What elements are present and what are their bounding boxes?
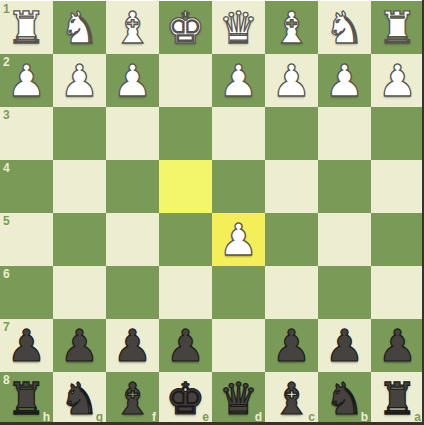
piece-white-pawn-f2[interactable]: ♟: [106, 54, 159, 107]
piece-black-pawn-b7[interactable]: ♟: [318, 319, 371, 372]
square-h1[interactable]: 1♜: [0, 1, 53, 54]
square-c5[interactable]: [265, 213, 318, 266]
piece-white-pawn-h2[interactable]: ♟: [0, 54, 53, 107]
piece-black-bishop-c8[interactable]: ♝: [265, 372, 318, 425]
rank-label-3: 3: [3, 109, 10, 121]
piece-black-pawn-f7[interactable]: ♟: [106, 319, 159, 372]
square-d5[interactable]: ♟: [212, 213, 265, 266]
piece-black-pawn-h7[interactable]: ♟: [0, 319, 53, 372]
piece-black-pawn-c7[interactable]: ♟: [265, 319, 318, 372]
square-g6[interactable]: [53, 266, 106, 319]
square-f6[interactable]: [106, 266, 159, 319]
square-c4[interactable]: [265, 160, 318, 213]
piece-white-king-e1[interactable]: ♚: [159, 1, 212, 54]
piece-white-pawn-d2[interactable]: ♟: [212, 54, 265, 107]
square-a3[interactable]: [371, 107, 424, 160]
piece-white-pawn-c2[interactable]: ♟: [265, 54, 318, 107]
square-d6[interactable]: [212, 266, 265, 319]
square-g5[interactable]: [53, 213, 106, 266]
square-b5[interactable]: [318, 213, 371, 266]
square-a8[interactable]: a♜: [371, 372, 424, 425]
piece-white-rook-a1[interactable]: ♜: [371, 1, 424, 54]
square-a5[interactable]: [371, 213, 424, 266]
square-g4[interactable]: [53, 160, 106, 213]
chess-app-screen: 1♜♞♝♚♛♝♞♜2♟♟♟♟♟♟♟345♟67♟♟♟♟♟♟♟8h♜g♞f♝e♚d…: [0, 0, 424, 425]
square-c3[interactable]: [265, 107, 318, 160]
rank-label-6: 6: [3, 268, 10, 280]
piece-black-king-e8[interactable]: ♚: [159, 372, 212, 425]
square-a7[interactable]: ♟: [371, 319, 424, 372]
piece-black-knight-g8[interactable]: ♞: [53, 372, 106, 425]
piece-white-rook-h1[interactable]: ♜: [0, 1, 53, 54]
square-f4[interactable]: [106, 160, 159, 213]
square-h4[interactable]: 4: [0, 160, 53, 213]
square-b2[interactable]: ♟: [318, 54, 371, 107]
square-a2[interactable]: ♟: [371, 54, 424, 107]
square-e7[interactable]: ♟: [159, 319, 212, 372]
square-h5[interactable]: 5: [0, 213, 53, 266]
piece-white-pawn-a2[interactable]: ♟: [371, 54, 424, 107]
square-f3[interactable]: [106, 107, 159, 160]
square-h3[interactable]: 3: [0, 107, 53, 160]
square-c8[interactable]: c♝: [265, 372, 318, 425]
piece-white-queen-d1[interactable]: ♛: [212, 1, 265, 54]
square-d1[interactable]: ♛: [212, 1, 265, 54]
piece-black-pawn-g7[interactable]: ♟: [53, 319, 106, 372]
piece-white-bishop-c1[interactable]: ♝: [265, 1, 318, 54]
square-f1[interactable]: ♝: [106, 1, 159, 54]
square-b4[interactable]: [318, 160, 371, 213]
piece-white-knight-b1[interactable]: ♞: [318, 1, 371, 54]
square-h6[interactable]: 6: [0, 266, 53, 319]
piece-black-pawn-e7[interactable]: ♟: [159, 319, 212, 372]
piece-black-bishop-f8[interactable]: ♝: [106, 372, 159, 425]
square-g1[interactable]: ♞: [53, 1, 106, 54]
square-g8[interactable]: g♞: [53, 372, 106, 425]
rank-label-4: 4: [3, 162, 10, 174]
square-e2[interactable]: [159, 54, 212, 107]
piece-black-rook-a8[interactable]: ♜: [371, 372, 424, 425]
square-g2[interactable]: ♟: [53, 54, 106, 107]
square-c7[interactable]: ♟: [265, 319, 318, 372]
square-f8[interactable]: f♝: [106, 372, 159, 425]
square-e6[interactable]: [159, 266, 212, 319]
square-h7[interactable]: 7♟: [0, 319, 53, 372]
square-d7[interactable]: [212, 319, 265, 372]
piece-white-bishop-f1[interactable]: ♝: [106, 1, 159, 54]
square-d4[interactable]: [212, 160, 265, 213]
square-d2[interactable]: ♟: [212, 54, 265, 107]
square-f7[interactable]: ♟: [106, 319, 159, 372]
square-e8[interactable]: e♚: [159, 372, 212, 425]
piece-white-pawn-b2[interactable]: ♟: [318, 54, 371, 107]
piece-white-knight-g1[interactable]: ♞: [53, 1, 106, 54]
square-d3[interactable]: [212, 107, 265, 160]
square-f2[interactable]: ♟: [106, 54, 159, 107]
square-c1[interactable]: ♝: [265, 1, 318, 54]
square-g3[interactable]: [53, 107, 106, 160]
square-e3[interactable]: [159, 107, 212, 160]
square-g7[interactable]: ♟: [53, 319, 106, 372]
piece-white-pawn-g2[interactable]: ♟: [53, 54, 106, 107]
square-h8[interactable]: 8h♜: [0, 372, 53, 425]
square-e4[interactable]: [159, 160, 212, 213]
square-b7[interactable]: ♟: [318, 319, 371, 372]
piece-black-rook-h8[interactable]: ♜: [0, 372, 53, 425]
square-e5[interactable]: [159, 213, 212, 266]
piece-black-queen-d8[interactable]: ♛: [212, 372, 265, 425]
square-d8[interactable]: d♛: [212, 372, 265, 425]
chess-board: 1♜♞♝♚♛♝♞♜2♟♟♟♟♟♟♟345♟67♟♟♟♟♟♟♟8h♜g♞f♝e♚d…: [0, 1, 424, 425]
piece-black-knight-b8[interactable]: ♞: [318, 372, 371, 425]
square-c6[interactable]: [265, 266, 318, 319]
square-a1[interactable]: ♜: [371, 1, 424, 54]
square-a4[interactable]: [371, 160, 424, 213]
rank-label-5: 5: [3, 215, 10, 227]
square-b8[interactable]: b♞: [318, 372, 371, 425]
square-b6[interactable]: [318, 266, 371, 319]
square-h2[interactable]: 2♟: [0, 54, 53, 107]
piece-black-pawn-a7[interactable]: ♟: [371, 319, 424, 372]
square-c2[interactable]: ♟: [265, 54, 318, 107]
square-e1[interactable]: ♚: [159, 1, 212, 54]
square-a6[interactable]: [371, 266, 424, 319]
square-b1[interactable]: ♞: [318, 1, 371, 54]
piece-white-pawn-d5[interactable]: ♟: [212, 213, 265, 266]
square-b3[interactable]: [318, 107, 371, 160]
square-f5[interactable]: [106, 213, 159, 266]
